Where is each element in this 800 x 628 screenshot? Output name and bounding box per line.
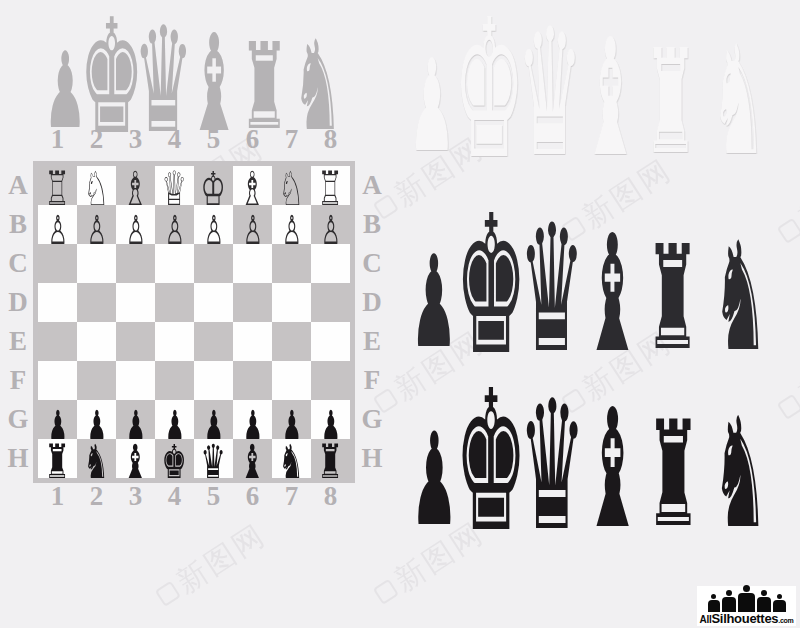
piece-set-black-flat: ♟♚♛♝♜♞ [406,372,776,513]
white-set-knight: ♞ [702,0,774,140]
square-E2 [77,322,116,361]
piece-white-pawn: ♙ [282,216,302,245]
black-gradient-set-rook: ♜ [642,196,704,336]
rook-silhouette-icon: ♜ [646,247,700,351]
file-label-6: 6 [233,124,272,155]
piece-set-black-gradient: ♟♚♛♝♜♞ [406,196,776,336]
business-people-silhouettes [708,585,786,612]
piece-white-bishop: ♗ [123,172,148,206]
chess-silhouettes-poster: 新图网新图网新图网新图网新图网新图网新图网新图网新图网新图网 ♟♚♛♝♜♞ ♟♚… [0,0,800,628]
piece-black-bishop: ♝ [240,445,265,479]
rook-silhouette-icon: ♜ [644,51,698,155]
white-set-bishop: ♝ [582,0,640,140]
square-D7 [272,283,311,322]
brand-text-all: All [700,615,712,625]
piece-white-pawn: ♙ [87,216,107,245]
file-label-3: 3 [116,124,155,155]
chessboard: ♖♘♗♕♔♗♘♖♙♙♙♙♙♙♙♙♟♟♟♟♟♟♟♟♜♞♝♚♛♝♞♜ [33,161,355,483]
knight-silhouette-icon: ♞ [711,419,768,528]
rank-label-B: B [3,205,33,244]
piece-white-queen: ♕ [162,172,187,206]
bishop-silhouette-icon: ♝ [581,40,642,157]
rank-label-A: A [357,166,387,205]
black-gradient-set-knight: ♞ [704,196,776,336]
rank-label-A: A [3,166,33,205]
square-H8: ♜ [311,439,350,478]
square-F8 [311,361,350,400]
black-gradient-set-bishop: ♝ [584,196,642,336]
rook-silhouette-icon: ♜ [239,45,288,131]
square-H5: ♛ [194,439,233,478]
person-silhouette [738,585,755,612]
square-A8: ♖ [311,166,350,205]
square-F2 [77,361,116,400]
board-left-coordinates: ABCDEFGH [3,166,33,478]
piece-white-pawn: ♙ [165,216,185,245]
square-H6: ♝ [233,439,272,478]
gray-silhouette-set-queen: ♛ [136,2,190,119]
bishop-silhouette-icon: ♝ [582,411,644,529]
square-H7: ♞ [272,439,311,478]
square-F4 [155,361,194,400]
square-F6 [233,361,272,400]
piece-white-pawn: ♙ [243,216,263,245]
piece-black-knight: ♞ [279,445,304,479]
piece-black-king: ♚ [162,445,187,479]
file-label-2: 2 [77,124,116,155]
piece-white-pawn: ♙ [126,216,146,245]
square-H4: ♚ [155,439,194,478]
square-H2: ♞ [77,439,116,478]
white-set-rook: ♜ [640,0,702,140]
king-silhouette-icon: ♚ [455,217,527,355]
black-flat-set-queen: ♛ [520,372,584,513]
black-flat-set-king: ♚ [462,372,520,513]
file-label-5: 5 [194,124,233,155]
piece-white-knight: ♘ [279,172,304,206]
rank-label-D: D [357,283,387,322]
square-E4 [155,322,194,361]
watermark-logo-icon [777,394,800,420]
piece-set-gray: ♟♚♛♝♜♞ [42,2,345,119]
white-set-king: ♚ [460,0,518,140]
watermark-text: 新图网 [169,515,274,603]
square-D1 [38,283,77,322]
piece-white-bishop: ♗ [240,172,265,206]
black-gradient-set-king: ♚ [462,196,520,336]
queen-silhouette-icon: ♛ [517,31,583,158]
square-D8 [311,283,350,322]
rank-label-H: H [357,439,387,478]
square-F3 [116,361,155,400]
piece-white-king: ♔ [201,172,226,206]
gray-silhouette-set-rook: ♜ [238,2,290,119]
file-label-4: 4 [155,124,194,155]
person-silhouette [708,594,720,612]
watermark: 新图网 [149,515,274,616]
square-D4 [155,283,194,322]
square-D3 [116,283,155,322]
brand-text-tld: .com [778,617,793,624]
rank-label-G: G [3,400,33,439]
person-silhouette [757,590,771,612]
queen-silhouette-icon: ♛ [518,402,585,531]
piece-black-bishop: ♝ [123,445,148,479]
rook-silhouette-icon: ♜ [646,422,701,527]
pawn-silhouette-icon: ♟ [410,257,458,348]
file-label-8: 8 [311,124,350,155]
bishop-silhouette-icon: ♝ [186,36,241,132]
square-E8 [311,322,350,361]
rank-label-C: C [357,244,387,283]
rank-label-E: E [357,322,387,361]
rank-label-F: F [3,361,33,400]
person-silhouette [773,594,786,612]
square-D6 [233,283,272,322]
square-E7 [272,322,311,361]
rank-label-D: D [3,283,33,322]
watermark-text: 新图网 [791,328,800,416]
file-label-1: 1 [38,124,77,155]
square-A1: ♖ [38,166,77,205]
square-A5: ♔ [194,166,233,205]
black-flat-set-bishop: ♝ [584,372,642,513]
square-A6: ♗ [233,166,272,205]
square-F1 [38,361,77,400]
gray-silhouette-set-king: ♚ [88,2,136,119]
square-E6 [233,322,272,361]
square-E1 [38,322,77,361]
black-gradient-set-queen: ♛ [520,196,584,336]
watermark-logo-icon [777,218,800,244]
watermark-text: 新图网 [791,152,800,240]
rank-label-G: G [357,400,387,439]
rank-label-E: E [3,322,33,361]
square-A7: ♘ [272,166,311,205]
square-E3 [116,322,155,361]
square-A2: ♘ [77,166,116,205]
knight-silhouette-icon: ♞ [292,42,343,131]
piece-white-knight: ♘ [84,172,109,206]
square-F5 [194,361,233,400]
square-H3: ♝ [116,439,155,478]
square-F7 [272,361,311,400]
file-label-7: 7 [272,124,311,155]
queen-silhouette-icon: ♛ [133,28,193,133]
piece-black-rook: ♜ [318,445,343,479]
piece-white-pawn: ♙ [48,216,68,245]
king-silhouette-icon: ♚ [453,21,525,159]
rank-label-C: C [3,244,33,283]
allsilhouettes-logo: AllSilhouettes.com [697,586,796,626]
knight-silhouette-icon: ♞ [710,47,766,155]
gray-silhouette-set-bishop: ♝ [190,2,238,119]
black-flat-set-knight: ♞ [704,372,776,513]
rank-label-B: B [357,205,387,244]
watermark-logo-icon [155,581,181,607]
board-right-coordinates: ABCDEFGH [357,166,387,478]
piece-black-queen: ♛ [201,445,226,479]
king-silhouette-icon: ♚ [454,393,527,533]
white-set-queen: ♛ [518,0,582,140]
piece-white-rook: ♖ [318,172,343,206]
square-D5 [194,283,233,322]
piece-white-pawn: ♙ [204,216,224,245]
rank-label-F: F [357,361,387,400]
brand-text-main: Silhouettes [711,612,778,625]
white-set-pawn: ♟ [404,0,460,140]
piece-set-white: ♟♚♛♝♜♞ [404,0,774,140]
pawn-silhouette-icon: ♟ [408,61,456,152]
board-top-coordinates: 12345678 [38,124,350,155]
square-H1: ♜ [38,439,77,478]
black-flat-set-rook: ♜ [642,372,704,513]
person-silhouette [722,590,736,612]
pawn-silhouette-icon: ♟ [410,434,458,526]
piece-white-pawn: ♙ [321,216,341,245]
knight-silhouette-icon: ♞ [712,243,768,351]
black-gradient-set-pawn: ♟ [406,196,462,336]
brand-text: AllSilhouettes.com [700,612,794,626]
square-E5 [194,322,233,361]
watermark-logo-icon [373,579,399,605]
rank-label-H: H [3,439,33,478]
piece-black-rook: ♜ [45,445,70,479]
piece-white-rook: ♖ [45,172,70,206]
square-D2 [77,283,116,322]
piece-black-knight: ♞ [84,445,109,479]
gray-silhouette-set-knight: ♞ [290,2,345,119]
square-A3: ♗ [116,166,155,205]
square-A4: ♕ [155,166,194,205]
queen-silhouette-icon: ♛ [519,227,585,354]
bishop-silhouette-icon: ♝ [583,236,644,353]
